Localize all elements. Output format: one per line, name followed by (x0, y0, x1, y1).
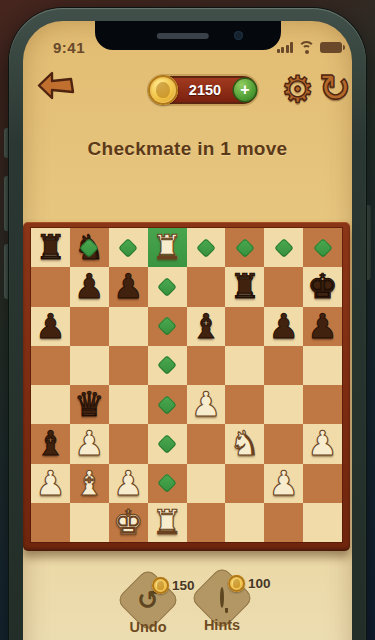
black-pawn: ♟ (268, 307, 298, 346)
white-king: ♚ (113, 503, 143, 542)
back-button[interactable] (37, 71, 77, 107)
square-b4[interactable]: ♛ (70, 385, 109, 424)
square-f8[interactable] (225, 228, 264, 267)
square-e3[interactable] (187, 424, 226, 463)
app-screen: 9:41 2150 + ⚙ ↻ Checkmate in 1 move ♜♞♜ (23, 21, 352, 640)
square-h7[interactable]: ♚ (303, 267, 342, 306)
square-g8[interactable] (264, 228, 303, 267)
square-d6[interactable] (148, 307, 187, 346)
square-c8[interactable] (109, 228, 148, 267)
white-pawn: ♟ (191, 385, 221, 424)
square-c4[interactable] (109, 385, 148, 424)
black-queen: ♛ (74, 385, 104, 424)
front-camera (234, 31, 243, 40)
square-g4[interactable] (264, 385, 303, 424)
white-pawn: ♟ (268, 464, 298, 503)
square-d1[interactable]: ♜ (148, 503, 187, 542)
move-hint-diamond (157, 316, 177, 336)
white-pawn: ♟ (113, 464, 143, 503)
square-c7[interactable]: ♟ (109, 267, 148, 306)
white-pawn: ♟ (74, 424, 104, 463)
black-bishop: ♝ (191, 307, 221, 346)
square-a1[interactable] (31, 503, 70, 542)
move-hint-diamond (118, 238, 138, 258)
undo-label: Undo (106, 619, 190, 635)
black-rook: ♜ (230, 267, 260, 306)
black-king: ♚ (307, 267, 337, 306)
black-pawn: ♟ (35, 307, 65, 346)
white-pawn: ♟ (307, 424, 337, 463)
white-bishop: ♝ (74, 464, 104, 503)
coin-icon (148, 75, 178, 105)
square-a8[interactable]: ♜ (31, 228, 70, 267)
square-c2[interactable]: ♟ (109, 464, 148, 503)
white-rook: ♜ (152, 228, 182, 267)
square-e2[interactable] (187, 464, 226, 503)
square-d2[interactable] (148, 464, 187, 503)
black-bishop: ♝ (35, 424, 65, 463)
square-e8[interactable] (187, 228, 226, 267)
phone-frame: 9:41 2150 + ⚙ ↻ Checkmate in 1 move ♜♞♜ (9, 8, 366, 640)
black-pawn: ♟ (307, 307, 337, 346)
square-d4[interactable] (148, 385, 187, 424)
square-g3[interactable] (264, 424, 303, 463)
battery-icon (320, 42, 342, 53)
move-hint-diamond (235, 238, 255, 258)
square-g6[interactable]: ♟ (264, 307, 303, 346)
square-h1[interactable] (303, 503, 342, 542)
white-knight: ♞ (230, 424, 260, 463)
square-b6[interactable] (70, 307, 109, 346)
square-a4[interactable] (31, 385, 70, 424)
black-pawn: ♟ (74, 267, 104, 306)
restart-button[interactable]: ↻ (319, 68, 351, 108)
square-e5[interactable] (187, 346, 226, 385)
move-hint-diamond (157, 277, 177, 297)
hints-label: Hints (180, 617, 264, 633)
square-f1[interactable] (225, 503, 264, 542)
square-a7[interactable] (31, 267, 70, 306)
square-h5[interactable] (303, 346, 342, 385)
white-pawn: ♟ (35, 464, 65, 503)
coin-balance: 2150 (179, 78, 231, 102)
move-hint-diamond (196, 238, 216, 258)
coin-icon (228, 575, 245, 592)
square-g7[interactable] (264, 267, 303, 306)
square-a6[interactable]: ♟ (31, 307, 70, 346)
add-coins-button[interactable]: + (234, 79, 256, 101)
square-b5[interactable] (70, 346, 109, 385)
square-f7[interactable]: ♜ (225, 267, 264, 306)
restart-icon: ↻ (319, 66, 351, 110)
undo-cost: 150 (152, 577, 195, 594)
lightbulb-icon (220, 589, 224, 607)
square-b1[interactable] (70, 503, 109, 542)
square-h8[interactable] (303, 228, 342, 267)
square-b2[interactable]: ♝ (70, 464, 109, 503)
square-f3[interactable]: ♞ (225, 424, 264, 463)
gear-icon: ⚙ (281, 68, 314, 111)
square-e7[interactable] (187, 267, 226, 306)
move-hint-diamond (274, 238, 294, 258)
square-a3[interactable]: ♝ (31, 424, 70, 463)
chess-board: ♜♞♜♟♟♜♚♟♝♟♟♛♟♝♟♞♟♟♝♟♟♚♜ (31, 228, 342, 542)
move-hint-diamond (313, 238, 333, 258)
square-e6[interactable]: ♝ (187, 307, 226, 346)
square-e1[interactable] (187, 503, 226, 542)
puzzle-objective: Checkmate in 1 move (23, 138, 352, 160)
move-hint-diamond (157, 434, 177, 454)
back-arrow-icon (37, 71, 77, 105)
square-a5[interactable] (31, 346, 70, 385)
status-time: 9:41 (53, 39, 85, 56)
square-d3[interactable] (148, 424, 187, 463)
coin-balance-pill[interactable]: 2150 + (151, 78, 255, 102)
wifi-icon (298, 41, 315, 54)
black-pawn: ♟ (113, 267, 143, 306)
white-rook: ♜ (152, 503, 182, 542)
square-c1[interactable]: ♚ (109, 503, 148, 542)
square-c6[interactable] (109, 307, 148, 346)
square-c3[interactable] (109, 424, 148, 463)
square-g1[interactable] (264, 503, 303, 542)
square-b8[interactable]: ♞ (70, 228, 109, 267)
square-g5[interactable] (264, 346, 303, 385)
notch (95, 21, 281, 50)
square-d5[interactable] (148, 346, 187, 385)
move-hint-diamond (157, 395, 177, 415)
signal-icon (277, 42, 294, 53)
square-f4[interactable] (225, 385, 264, 424)
speaker-grille (156, 33, 208, 39)
square-f2[interactable] (225, 464, 264, 503)
square-d7[interactable] (148, 267, 187, 306)
move-hint-diamond (157, 355, 177, 375)
square-f5[interactable] (225, 346, 264, 385)
square-g2[interactable]: ♟ (264, 464, 303, 503)
square-d8[interactable]: ♜ (148, 228, 187, 267)
status-icons (277, 41, 343, 54)
square-h3[interactable]: ♟ (303, 424, 342, 463)
board-frame: ♜♞♜♟♟♜♚♟♝♟♟♛♟♝♟♞♟♟♝♟♟♚♜ (23, 222, 350, 551)
square-c5[interactable] (109, 346, 148, 385)
black-rook: ♜ (35, 228, 65, 267)
coin-icon (152, 577, 169, 594)
square-a2[interactable]: ♟ (31, 464, 70, 503)
hints-cost: 100 (228, 575, 271, 592)
square-e4[interactable]: ♟ (187, 385, 226, 424)
phone-mockup: 9:41 2150 + ⚙ ↻ Checkmate in 1 move ♜♞♜ (0, 0, 375, 640)
square-f6[interactable] (225, 307, 264, 346)
square-h2[interactable] (303, 464, 342, 503)
square-h6[interactable]: ♟ (303, 307, 342, 346)
move-hint-diamond (157, 473, 177, 493)
square-b3[interactable]: ♟ (70, 424, 109, 463)
square-b7[interactable]: ♟ (70, 267, 109, 306)
square-h4[interactable] (303, 385, 342, 424)
settings-button[interactable]: ⚙ (281, 71, 314, 109)
